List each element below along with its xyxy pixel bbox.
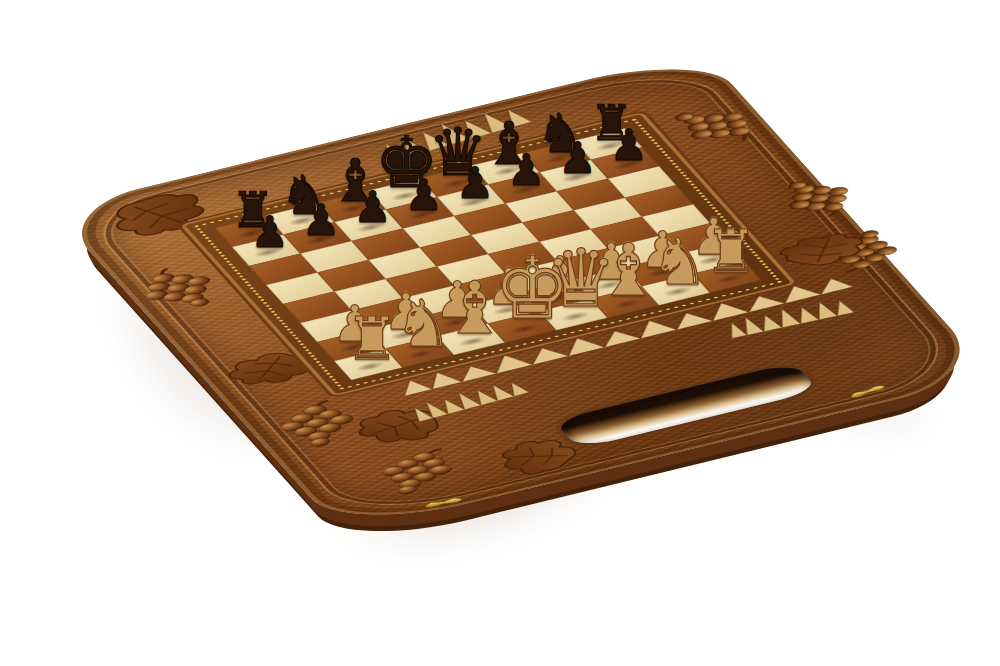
board-plane: ♜♞♝♚♛♝♞♜♟♟♟♟♟♟♟♟♟♟♟♟♟♟♟♟♜♞♝♚♛♝♞♜: [215, 128, 761, 380]
vine-leaf-carving: [766, 231, 881, 267]
piece-glyph: ♜: [699, 222, 763, 281]
photo-of-carved-chess-set: ♜♞♝♚♛♝♞♜♟♟♟♟♟♟♟♟♟♟♟♟♟♟♟♟♜♞♝♚♛♝♞♜: [0, 0, 1000, 666]
piece-glyph: ♟: [597, 124, 661, 167]
